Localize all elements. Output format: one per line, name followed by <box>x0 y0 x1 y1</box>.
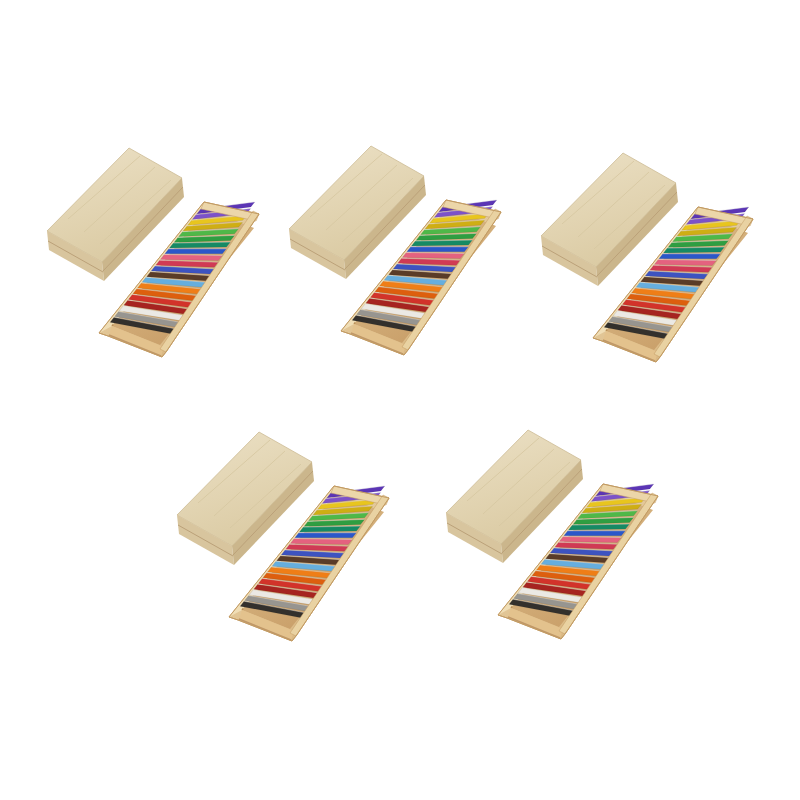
product-set <box>289 146 501 355</box>
color-tablet-8 <box>564 531 626 536</box>
color-tablet-8 <box>659 254 721 259</box>
product-set <box>541 153 753 362</box>
product-photo <box>0 0 800 800</box>
scene-canvas <box>0 0 800 800</box>
color-tablet-8 <box>295 533 357 538</box>
product-set <box>47 148 259 357</box>
product-set <box>177 432 389 641</box>
color-tablet-8 <box>165 249 227 254</box>
color-tablet-8 <box>407 247 469 252</box>
product-set <box>446 430 658 639</box>
